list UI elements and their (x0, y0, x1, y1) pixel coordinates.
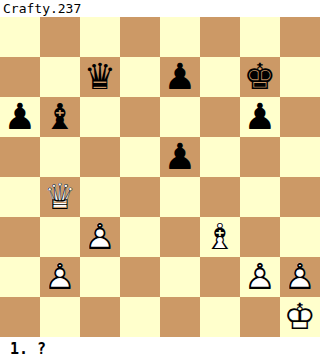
square-b8[interactable] (40, 17, 80, 57)
square-g6[interactable]: ♟ (240, 97, 280, 137)
white-pawn[interactable]: ♟♙ (80, 217, 120, 257)
move-prompt: 1. ? (0, 337, 320, 360)
square-a1[interactable] (0, 297, 40, 337)
square-g3[interactable] (240, 217, 280, 257)
square-g7[interactable]: ♚ (240, 57, 280, 97)
white-pawn-outline: ♙ (80, 217, 120, 257)
black-pawn[interactable]: ♟ (240, 97, 280, 137)
white-king[interactable]: ♚♔ (280, 297, 320, 337)
square-d7[interactable] (120, 57, 160, 97)
black-pawn-glyph: ♟ (160, 57, 200, 97)
square-g8[interactable] (240, 17, 280, 57)
square-g2[interactable]: ♟♙ (240, 257, 280, 297)
square-e6[interactable] (160, 97, 200, 137)
square-b2[interactable]: ♟♙ (40, 257, 80, 297)
square-b1[interactable] (40, 297, 80, 337)
square-g1[interactable] (240, 297, 280, 337)
crafty-window: Crafty.237 ♛♟♚♟♝♟♟♛♕♟♙♝♗♟♙♟♙♟♙♚♔ 1. ? (0, 0, 320, 360)
white-pawn-outline: ♙ (40, 257, 80, 297)
square-d4[interactable] (120, 177, 160, 217)
square-f3[interactable]: ♝♗ (200, 217, 240, 257)
square-b5[interactable] (40, 137, 80, 177)
square-h1[interactable]: ♚♔ (280, 297, 320, 337)
square-d1[interactable] (120, 297, 160, 337)
square-h4[interactable] (280, 177, 320, 217)
square-f7[interactable] (200, 57, 240, 97)
square-c2[interactable] (80, 257, 120, 297)
chess-board: ♛♟♚♟♝♟♟♛♕♟♙♝♗♟♙♟♙♟♙♚♔ (0, 17, 320, 337)
square-b7[interactable] (40, 57, 80, 97)
square-a2[interactable] (0, 257, 40, 297)
square-a6[interactable]: ♟ (0, 97, 40, 137)
square-h7[interactable] (280, 57, 320, 97)
square-e8[interactable] (160, 17, 200, 57)
square-c7[interactable]: ♛ (80, 57, 120, 97)
square-f2[interactable] (200, 257, 240, 297)
square-a7[interactable] (0, 57, 40, 97)
square-e4[interactable] (160, 177, 200, 217)
square-f4[interactable] (200, 177, 240, 217)
black-king[interactable]: ♚ (240, 57, 280, 97)
black-king-glyph: ♚ (240, 57, 280, 97)
square-f8[interactable] (200, 17, 240, 57)
square-h3[interactable] (280, 217, 320, 257)
square-d3[interactable] (120, 217, 160, 257)
square-h8[interactable] (280, 17, 320, 57)
square-c6[interactable] (80, 97, 120, 137)
square-c4[interactable] (80, 177, 120, 217)
square-b6[interactable]: ♝ (40, 97, 80, 137)
square-c3[interactable]: ♟♙ (80, 217, 120, 257)
square-f6[interactable] (200, 97, 240, 137)
white-pawn[interactable]: ♟♙ (40, 257, 80, 297)
square-a5[interactable] (0, 137, 40, 177)
square-g5[interactable] (240, 137, 280, 177)
white-bishop[interactable]: ♝♗ (200, 217, 240, 257)
black-bishop[interactable]: ♝ (40, 97, 80, 137)
white-queen-outline: ♕ (40, 177, 80, 217)
square-h5[interactable] (280, 137, 320, 177)
square-e7[interactable]: ♟ (160, 57, 200, 97)
black-pawn[interactable]: ♟ (160, 137, 200, 177)
square-d8[interactable] (120, 17, 160, 57)
square-e1[interactable] (160, 297, 200, 337)
square-a4[interactable] (0, 177, 40, 217)
white-pawn-outline: ♙ (240, 257, 280, 297)
window-title: Crafty.237 (0, 0, 320, 17)
square-d2[interactable] (120, 257, 160, 297)
square-b3[interactable] (40, 217, 80, 257)
square-b4[interactable]: ♛♕ (40, 177, 80, 217)
square-e2[interactable] (160, 257, 200, 297)
white-pawn[interactable]: ♟♙ (240, 257, 280, 297)
black-queen-glyph: ♛ (80, 57, 120, 97)
square-g4[interactable] (240, 177, 280, 217)
square-f5[interactable] (200, 137, 240, 177)
white-queen[interactable]: ♛♕ (40, 177, 80, 217)
white-bishop-outline: ♗ (200, 217, 240, 257)
square-c1[interactable] (80, 297, 120, 337)
black-pawn-glyph: ♟ (160, 137, 200, 177)
white-pawn[interactable]: ♟♙ (280, 257, 320, 297)
square-a8[interactable] (0, 17, 40, 57)
white-king-outline: ♔ (280, 297, 320, 337)
square-e5[interactable]: ♟ (160, 137, 200, 177)
square-c5[interactable] (80, 137, 120, 177)
white-pawn-outline: ♙ (280, 257, 320, 297)
black-pawn[interactable]: ♟ (160, 57, 200, 97)
square-f1[interactable] (200, 297, 240, 337)
square-d6[interactable] (120, 97, 160, 137)
square-a3[interactable] (0, 217, 40, 257)
black-pawn-glyph: ♟ (0, 97, 40, 137)
square-h6[interactable] (280, 97, 320, 137)
black-pawn-glyph: ♟ (240, 97, 280, 137)
square-h2[interactable]: ♟♙ (280, 257, 320, 297)
black-bishop-glyph: ♝ (40, 97, 80, 137)
square-c8[interactable] (80, 17, 120, 57)
square-e3[interactable] (160, 217, 200, 257)
black-pawn[interactable]: ♟ (0, 97, 40, 137)
square-d5[interactable] (120, 137, 160, 177)
black-queen[interactable]: ♛ (80, 57, 120, 97)
